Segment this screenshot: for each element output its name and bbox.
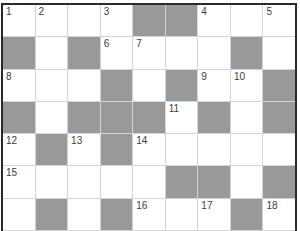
- clue-number: 6: [104, 38, 110, 49]
- clue-number: 3: [104, 6, 110, 17]
- cell-r3c5[interactable]: [133, 70, 165, 101]
- cell-r6c1[interactable]: 15: [3, 166, 35, 197]
- clue-number: 18: [266, 200, 277, 211]
- clue-number: 11: [169, 103, 179, 114]
- cell-r4c2[interactable]: [36, 102, 68, 133]
- clue-number: 1: [6, 6, 12, 17]
- cell-r7c7[interactable]: 17: [198, 199, 230, 230]
- blocked-cell-r4c1: [3, 102, 35, 133]
- cell-r7c6[interactable]: [166, 199, 198, 230]
- cell-r1c9[interactable]: 5: [263, 5, 295, 36]
- clue-number: 9: [201, 71, 207, 82]
- cell-r3c7[interactable]: 9: [198, 70, 230, 101]
- cell-r6c2[interactable]: [36, 166, 68, 197]
- clue-number: 17: [201, 200, 212, 211]
- cell-r2c6[interactable]: [166, 37, 198, 68]
- blocked-cell-r4c5: [133, 102, 165, 133]
- clue-number: 8: [6, 71, 12, 82]
- cell-r6c8[interactable]: [231, 166, 263, 197]
- clue-number: 13: [71, 135, 82, 146]
- cell-r6c4[interactable]: [101, 166, 133, 197]
- blocked-cell-r4c7: [198, 102, 230, 133]
- blocked-cell-r3c4: [101, 70, 133, 101]
- blocked-cell-r2c3: [68, 37, 100, 68]
- cell-r2c9[interactable]: [263, 37, 295, 68]
- cell-r7c3[interactable]: [68, 199, 100, 230]
- blocked-cell-r3c6: [166, 70, 198, 101]
- cell-r3c1[interactable]: 8: [3, 70, 35, 101]
- clue-number: 14: [136, 135, 147, 146]
- clue-number: 4: [201, 6, 207, 17]
- blocked-cell-r7c8: [231, 199, 263, 230]
- blocked-cell-r5c2: [36, 134, 68, 165]
- blocked-cell-r5c4: [101, 134, 133, 165]
- clue-number: 10: [234, 71, 245, 82]
- cell-r1c3[interactable]: [68, 5, 100, 36]
- cell-r5c5[interactable]: 14: [133, 134, 165, 165]
- clue-number: 12: [6, 135, 17, 146]
- cell-r1c1[interactable]: 1: [3, 5, 35, 36]
- blocked-cell-r1c5: [133, 5, 165, 36]
- cell-r2c5[interactable]: 7: [133, 37, 165, 68]
- blocked-cell-r7c2: [36, 199, 68, 230]
- blocked-cell-r4c3: [68, 102, 100, 133]
- cell-r5c9[interactable]: [263, 134, 295, 165]
- clue-number: 7: [136, 38, 142, 49]
- cell-r4c8[interactable]: [231, 102, 263, 133]
- blocked-cell-r1c6: [166, 5, 198, 36]
- cell-r2c7[interactable]: [198, 37, 230, 68]
- blocked-cell-r2c8: [231, 37, 263, 68]
- cell-r5c7[interactable]: [198, 134, 230, 165]
- blocked-cell-r3c9: [263, 70, 295, 101]
- cell-r7c1[interactable]: [3, 199, 35, 230]
- cell-r7c5[interactable]: 16: [133, 199, 165, 230]
- cell-r3c3[interactable]: [68, 70, 100, 101]
- cell-r2c4[interactable]: 6: [101, 37, 133, 68]
- blocked-cell-r7c4: [101, 199, 133, 230]
- clue-number: 16: [136, 200, 147, 211]
- cell-r5c3[interactable]: 13: [68, 134, 100, 165]
- blocked-cell-r6c9: [263, 166, 295, 197]
- blocked-cell-r4c4: [101, 102, 133, 133]
- cell-r4c6[interactable]: 11: [166, 102, 198, 133]
- cell-r6c5[interactable]: [133, 166, 165, 197]
- cell-r5c6[interactable]: [166, 134, 198, 165]
- blocked-cell-r6c7: [198, 166, 230, 197]
- blocked-cell-r6c6: [166, 166, 198, 197]
- cell-r7c9[interactable]: 18: [263, 199, 295, 230]
- cell-r1c7[interactable]: 4: [198, 5, 230, 36]
- cell-r2c2[interactable]: [36, 37, 68, 68]
- clue-number: 15: [6, 167, 17, 178]
- cell-r1c2[interactable]: 2: [36, 5, 68, 36]
- cell-r3c2[interactable]: [36, 70, 68, 101]
- clue-number: 2: [39, 6, 45, 17]
- cell-r5c8[interactable]: [231, 134, 263, 165]
- cell-r5c1[interactable]: 12: [3, 134, 35, 165]
- blocked-cell-r4c9: [263, 102, 295, 133]
- blocked-cell-r2c1: [3, 37, 35, 68]
- cell-r3c8[interactable]: 10: [231, 70, 263, 101]
- crossword-board: 123456789101112131415161718: [1, 3, 297, 231]
- cell-r6c3[interactable]: [68, 166, 100, 197]
- cell-r1c4[interactable]: 3: [101, 5, 133, 36]
- clue-number: 5: [266, 6, 272, 17]
- crossword-grid: 123456789101112131415161718: [3, 5, 295, 230]
- cell-r1c8[interactable]: [231, 5, 263, 36]
